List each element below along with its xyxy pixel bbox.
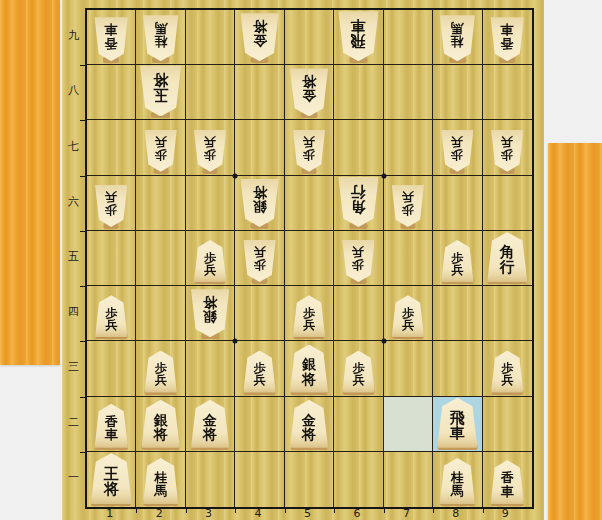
- hoshi-point: [381, 173, 386, 178]
- piece-pawn-top[interactable]: 歩兵: [95, 185, 128, 227]
- piece-face: 角行: [338, 177, 379, 227]
- file-label-9: 9: [481, 506, 530, 520]
- piece-gold-top[interactable]: 金将: [289, 68, 328, 116]
- piece-face: 角行: [487, 232, 528, 282]
- piece-face: 歩兵: [441, 130, 474, 172]
- rank-label-5: 五: [62, 229, 85, 284]
- square-2-9[interactable]: 桂馬: [136, 10, 185, 65]
- square-5-9[interactable]: [285, 10, 334, 65]
- piece-face: 銀将: [289, 345, 328, 393]
- square-9-9[interactable]: 香車: [483, 10, 532, 65]
- piece-pawn-bottom[interactable]: 歩兵: [95, 295, 128, 337]
- file-label-1: 1: [85, 506, 134, 520]
- piece-face: 歩兵: [95, 295, 128, 337]
- file-tick: [285, 509, 286, 513]
- piece-face: 香車: [490, 460, 524, 504]
- square-9-3[interactable]: 歩兵: [483, 341, 532, 396]
- piece-rook-bottom[interactable]: 飛車: [437, 398, 478, 448]
- square-9-8[interactable]: [483, 65, 532, 120]
- square-8-6[interactable]: [433, 176, 482, 231]
- rank-tick: [80, 397, 85, 398]
- piece-pawn-top[interactable]: 歩兵: [243, 240, 276, 282]
- piece-kanji: 飛車: [338, 11, 379, 61]
- square-1-9[interactable]: 香車: [87, 10, 136, 65]
- square-3-7[interactable]: 歩兵: [186, 120, 235, 175]
- piece-face: 香車: [490, 17, 524, 61]
- piece-kanji: 歩兵: [95, 185, 128, 227]
- piece-kanji: 桂馬: [439, 458, 475, 504]
- piece-face: 歩兵: [292, 295, 325, 337]
- shogi-board: 香車桂馬金将飛車桂馬香車玉将金将歩兵歩兵歩兵歩兵歩兵歩兵銀将角行歩兵歩兵歩兵歩兵…: [62, 0, 544, 520]
- square-4-2[interactable]: [235, 397, 284, 452]
- rank-label-1: 一: [62, 450, 85, 505]
- square-6-5[interactable]: 歩兵: [334, 231, 383, 286]
- piece-pawn-top[interactable]: 歩兵: [491, 130, 524, 172]
- piece-face: 金将: [191, 400, 230, 448]
- file-label-2: 2: [134, 506, 183, 520]
- piece-kanji: 金将: [240, 13, 279, 61]
- square-7-5[interactable]: [384, 231, 433, 286]
- piece-king-top[interactable]: 玉将: [140, 65, 182, 116]
- file-label-7: 7: [382, 506, 431, 520]
- square-4-5[interactable]: 歩兵: [235, 231, 284, 286]
- square-8-3[interactable]: [433, 341, 482, 396]
- piece-face: 王将: [90, 453, 132, 504]
- rank-label-6: 六: [62, 174, 85, 229]
- piece-kanji: 王将: [90, 453, 132, 504]
- piece-face: 歩兵: [342, 351, 375, 393]
- square-5-4[interactable]: 歩兵: [285, 286, 334, 341]
- piece-pawn-top[interactable]: 歩兵: [292, 130, 325, 172]
- piece-pawn-bottom[interactable]: 歩兵: [491, 351, 524, 393]
- square-8-4[interactable]: [433, 286, 482, 341]
- piece-kanji: 歩兵: [391, 185, 424, 227]
- square-1-5[interactable]: [87, 231, 136, 286]
- square-6-6[interactable]: 角行: [334, 176, 383, 231]
- piece-kanji: 香車: [94, 17, 128, 61]
- file-label-6: 6: [332, 506, 381, 520]
- piece-face: 銀将: [240, 179, 279, 227]
- piece-pawn-bottom[interactable]: 歩兵: [441, 240, 474, 282]
- rank-label-7: 七: [62, 118, 85, 173]
- piece-kanji: 歩兵: [441, 240, 474, 282]
- file-label-8: 8: [431, 506, 480, 520]
- square-2-8[interactable]: 玉将: [136, 65, 185, 120]
- piece-kanji: 歩兵: [144, 130, 177, 172]
- square-1-8[interactable]: [87, 65, 136, 120]
- rank-tick: [80, 65, 85, 66]
- piece-face: 金将: [289, 68, 328, 116]
- square-7-8[interactable]: [384, 65, 433, 120]
- piece-kanji: 歩兵: [243, 351, 276, 393]
- piece-bishop-top[interactable]: 角行: [338, 177, 379, 227]
- piece-pawn-bottom[interactable]: 歩兵: [342, 351, 375, 393]
- square-3-5[interactable]: 歩兵: [186, 231, 235, 286]
- piece-kanji: 歩兵: [144, 351, 177, 393]
- piece-lance-top[interactable]: 香車: [490, 17, 524, 61]
- rank-tick: [80, 120, 85, 121]
- piece-face: 歩兵: [391, 295, 424, 337]
- square-5-5[interactable]: [285, 231, 334, 286]
- piece-kanji: 銀将: [141, 400, 180, 448]
- square-9-7[interactable]: 歩兵: [483, 120, 532, 175]
- piece-kanji: 香車: [94, 404, 128, 448]
- square-2-1[interactable]: 桂馬: [136, 452, 185, 507]
- file-label-5: 5: [283, 506, 332, 520]
- piece-pawn-top[interactable]: 歩兵: [342, 240, 375, 282]
- square-7-4[interactable]: 歩兵: [384, 286, 433, 341]
- piece-face: 香車: [94, 404, 128, 448]
- square-2-6[interactable]: [136, 176, 185, 231]
- piece-kanji: 香車: [490, 460, 524, 504]
- file-tick: [136, 509, 137, 513]
- piece-face: 歩兵: [441, 240, 474, 282]
- piece-kanji: 飛車: [437, 398, 478, 448]
- square-2-7[interactable]: 歩兵: [136, 120, 185, 175]
- square-8-5[interactable]: 歩兵: [433, 231, 482, 286]
- square-1-7[interactable]: [87, 120, 136, 175]
- square-4-6[interactable]: 銀将: [235, 176, 284, 231]
- piece-face: 歩兵: [144, 351, 177, 393]
- piece-kanji: 金将: [289, 400, 328, 448]
- piece-kanji: 金将: [191, 400, 230, 448]
- piece-knight-top[interactable]: 桂馬: [439, 15, 475, 61]
- square-9-2[interactable]: [483, 397, 532, 452]
- piece-face: 歩兵: [342, 240, 375, 282]
- piece-face: 歩兵: [194, 240, 227, 282]
- piece-kanji: 歩兵: [342, 351, 375, 393]
- piece-face: 歩兵: [391, 185, 424, 227]
- piece-face: 飛車: [338, 11, 379, 61]
- square-6-9[interactable]: 飛車: [334, 10, 383, 65]
- square-7-7[interactable]: [384, 120, 433, 175]
- piece-kanji: 歩兵: [194, 240, 227, 282]
- file-tick: [433, 509, 434, 513]
- square-5-6[interactable]: [285, 176, 334, 231]
- piece-lance-top[interactable]: 香車: [94, 17, 128, 61]
- piece-face: 飛車: [437, 398, 478, 448]
- board-grid: 香車桂馬金将飛車桂馬香車玉将金将歩兵歩兵歩兵歩兵歩兵歩兵銀将角行歩兵歩兵歩兵歩兵…: [85, 8, 534, 509]
- piece-knight-bottom[interactable]: 桂馬: [143, 458, 179, 504]
- square-1-3[interactable]: [87, 341, 136, 396]
- square-7-9[interactable]: [384, 10, 433, 65]
- file-tick: [186, 509, 187, 513]
- hoshi-point: [233, 339, 238, 344]
- rank-label-2: 二: [62, 395, 85, 450]
- piece-kanji: 歩兵: [194, 130, 227, 172]
- piece-face: 歩兵: [243, 240, 276, 282]
- square-3-2[interactable]: 金将: [186, 397, 235, 452]
- square-4-8[interactable]: [235, 65, 284, 120]
- piece-knight-top[interactable]: 桂馬: [143, 15, 179, 61]
- piece-face: 歩兵: [292, 130, 325, 172]
- piece-kanji: 歩兵: [292, 295, 325, 337]
- piece-kanji: 歩兵: [243, 240, 276, 282]
- piece-kanji: 歩兵: [292, 130, 325, 172]
- file-tick: [334, 509, 335, 513]
- square-9-4[interactable]: [483, 286, 532, 341]
- piece-face: 歩兵: [491, 351, 524, 393]
- piece-face: 桂馬: [143, 15, 179, 61]
- piece-face: 金将: [289, 400, 328, 448]
- square-4-3[interactable]: 歩兵: [235, 341, 284, 396]
- piece-kanji: 歩兵: [441, 130, 474, 172]
- square-8-2[interactable]: 飛車: [433, 397, 482, 452]
- piece-kanji: 歩兵: [491, 130, 524, 172]
- rank-tick: [80, 286, 85, 287]
- square-1-1[interactable]: 王将: [87, 452, 136, 507]
- piece-kanji: 角行: [338, 177, 379, 227]
- piece-face: 桂馬: [143, 458, 179, 504]
- square-2-2[interactable]: 銀将: [136, 397, 185, 452]
- rank-label-9: 九: [62, 8, 85, 63]
- piece-kanji: 桂馬: [439, 15, 475, 61]
- square-7-1[interactable]: [384, 452, 433, 507]
- square-6-8[interactable]: [334, 65, 383, 120]
- piece-face: 歩兵: [243, 351, 276, 393]
- square-8-7[interactable]: 歩兵: [433, 120, 482, 175]
- square-1-4[interactable]: 歩兵: [87, 286, 136, 341]
- square-5-3[interactable]: 銀将: [285, 341, 334, 396]
- piece-knight-bottom[interactable]: 桂馬: [439, 458, 475, 504]
- square-5-2[interactable]: 金将: [285, 397, 334, 452]
- rank-label-8: 八: [62, 63, 85, 118]
- piece-face: 歩兵: [144, 130, 177, 172]
- square-4-1[interactable]: [235, 452, 284, 507]
- square-1-2[interactable]: 香車: [87, 397, 136, 452]
- piece-face: 歩兵: [491, 130, 524, 172]
- rank-tick: [80, 452, 85, 453]
- piece-face: 玉将: [140, 65, 182, 116]
- bottom-player-piece-stand: [548, 143, 602, 520]
- square-5-8[interactable]: 金将: [285, 65, 334, 120]
- piece-face: 香車: [94, 17, 128, 61]
- hoshi-point: [233, 173, 238, 178]
- square-7-3[interactable]: [384, 341, 433, 396]
- piece-pawn-top[interactable]: 歩兵: [441, 130, 474, 172]
- piece-kanji: 桂馬: [143, 15, 179, 61]
- piece-face: 金将: [240, 13, 279, 61]
- piece-pawn-bottom[interactable]: 歩兵: [243, 351, 276, 393]
- piece-kanji: 銀将: [191, 289, 230, 337]
- square-3-3[interactable]: [186, 341, 235, 396]
- piece-silver-top[interactable]: 銀将: [240, 179, 279, 227]
- rank-label-4: 四: [62, 284, 85, 339]
- square-6-7[interactable]: [334, 120, 383, 175]
- square-1-6[interactable]: 歩兵: [87, 176, 136, 231]
- file-tick: [384, 509, 385, 513]
- piece-silver-bottom[interactable]: 銀将: [289, 345, 328, 393]
- piece-gold-bottom[interactable]: 金将: [191, 400, 230, 448]
- square-9-1[interactable]: 香車: [483, 452, 532, 507]
- piece-lance-bottom[interactable]: 香車: [490, 460, 524, 504]
- square-9-5[interactable]: 角行: [483, 231, 532, 286]
- piece-kanji: 玉将: [140, 65, 182, 116]
- piece-gold-bottom[interactable]: 金将: [289, 400, 328, 448]
- piece-rook-top[interactable]: 飛車: [338, 11, 379, 61]
- rank-label-3: 三: [62, 339, 85, 394]
- piece-pawn-top[interactable]: 歩兵: [391, 185, 424, 227]
- piece-gold-top[interactable]: 金将: [240, 13, 279, 61]
- square-6-2[interactable]: [334, 397, 383, 452]
- piece-lance-bottom[interactable]: 香車: [94, 404, 128, 448]
- square-2-4[interactable]: [136, 286, 185, 341]
- square-8-1[interactable]: 桂馬: [433, 452, 482, 507]
- piece-pawn-top[interactable]: 歩兵: [144, 130, 177, 172]
- top-player-piece-stand: [0, 0, 60, 365]
- file-tick: [235, 509, 236, 513]
- square-3-6[interactable]: [186, 176, 235, 231]
- square-3-8[interactable]: [186, 65, 235, 120]
- square-4-4[interactable]: [235, 286, 284, 341]
- piece-face: 銀将: [191, 289, 230, 337]
- piece-face: 歩兵: [194, 130, 227, 172]
- piece-face: 銀将: [141, 400, 180, 448]
- piece-face: 歩兵: [95, 185, 128, 227]
- file-label-3: 3: [184, 506, 233, 520]
- square-8-9[interactable]: 桂馬: [433, 10, 482, 65]
- piece-kanji: 香車: [490, 17, 524, 61]
- piece-silver-top[interactable]: 銀将: [191, 289, 230, 337]
- piece-king-bottom[interactable]: 王将: [90, 453, 132, 504]
- piece-kanji: 歩兵: [391, 295, 424, 337]
- piece-pawn-bottom[interactable]: 歩兵: [391, 295, 424, 337]
- piece-kanji: 歩兵: [491, 351, 524, 393]
- rank-tick: [80, 176, 85, 177]
- square-5-1[interactable]: [285, 452, 334, 507]
- piece-kanji: 銀将: [240, 179, 279, 227]
- hoshi-point: [381, 339, 386, 344]
- piece-kanji: 銀将: [289, 345, 328, 393]
- piece-pawn-bottom[interactable]: 歩兵: [144, 351, 177, 393]
- piece-pawn-bottom[interactable]: 歩兵: [194, 240, 227, 282]
- square-8-8[interactable]: [433, 65, 482, 120]
- piece-silver-bottom[interactable]: 銀将: [141, 400, 180, 448]
- square-6-3[interactable]: 歩兵: [334, 341, 383, 396]
- piece-pawn-top[interactable]: 歩兵: [194, 130, 227, 172]
- piece-bishop-bottom[interactable]: 角行: [487, 232, 528, 282]
- rank-tick: [80, 341, 85, 342]
- file-tick: [483, 509, 484, 513]
- square-3-4[interactable]: 銀将: [186, 286, 235, 341]
- square-2-5[interactable]: [136, 231, 185, 286]
- square-3-9[interactable]: [186, 10, 235, 65]
- square-9-6[interactable]: [483, 176, 532, 231]
- piece-kanji: 歩兵: [95, 295, 128, 337]
- piece-kanji: 歩兵: [342, 240, 375, 282]
- square-3-1[interactable]: [186, 452, 235, 507]
- piece-kanji: 金将: [289, 68, 328, 116]
- square-5-7[interactable]: 歩兵: [285, 120, 334, 175]
- square-4-7[interactable]: [235, 120, 284, 175]
- piece-face: 桂馬: [439, 15, 475, 61]
- square-7-2[interactable]: [384, 397, 433, 452]
- square-6-1[interactable]: [334, 452, 383, 507]
- piece-kanji: 桂馬: [143, 458, 179, 504]
- rank-tick: [80, 231, 85, 232]
- piece-face: 桂馬: [439, 458, 475, 504]
- square-4-9[interactable]: 金将: [235, 10, 284, 65]
- piece-pawn-bottom[interactable]: 歩兵: [292, 295, 325, 337]
- square-2-3[interactable]: 歩兵: [136, 341, 185, 396]
- square-7-6[interactable]: 歩兵: [384, 176, 433, 231]
- square-6-4[interactable]: [334, 286, 383, 341]
- piece-kanji: 角行: [487, 232, 528, 282]
- file-label-4: 4: [233, 506, 282, 520]
